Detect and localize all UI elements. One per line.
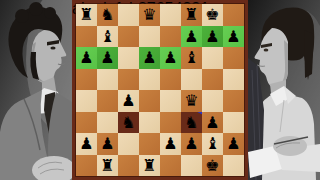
right-player-photo (248, 0, 320, 180)
piece-black-pawn: ♟ (226, 27, 240, 46)
right-player-portrait-image (248, 0, 320, 180)
square-e3[interactable] (160, 112, 181, 134)
square-g6[interactable] (202, 47, 223, 69)
piece-white-queen: ♛ (184, 91, 198, 110)
piece-black-pawn: ♟ (184, 27, 198, 46)
piece-black-pawn: ♟ (100, 48, 114, 67)
piece-black-pawn: ♟ (79, 48, 93, 67)
piece-white-knight: ♞ (121, 113, 135, 132)
square-d1[interactable]: ♜ (139, 155, 160, 177)
square-g3[interactable]: ♟ (202, 112, 223, 134)
chess-board: ♜♞♛♜♚♝♟♟♟♟♟♟♟♝♟♛♞♞♟♟♟♟♟♝♟♜♜♚ abcdefgh876… (72, 0, 248, 180)
piece-white-pawn: ♟ (163, 134, 177, 153)
piece-black-bishop: ♝ (184, 48, 198, 67)
piece-white-pawn: ♟ (205, 113, 219, 132)
square-c7[interactable] (118, 26, 139, 48)
square-h8[interactable] (223, 4, 244, 26)
piece-black-pawn: ♟ (205, 27, 219, 46)
video-thumbnail: ♜♞♛♜♚♝♟♟♟♟♟♟♟♝♟♛♞♞♟♟♟♟♟♝♟♜♜♚ abcdefgh876… (0, 0, 320, 180)
square-f2[interactable]: ♟ (181, 133, 202, 155)
square-f5[interactable] (181, 69, 202, 91)
square-h2[interactable]: ♟ (223, 133, 244, 155)
square-d3[interactable] (139, 112, 160, 134)
square-g7[interactable]: ♟ (202, 26, 223, 48)
square-e8[interactable] (160, 4, 181, 26)
square-h7[interactable]: ♟ (223, 26, 244, 48)
square-e5[interactable] (160, 69, 181, 91)
square-g1[interactable]: ♚ (202, 155, 223, 177)
piece-white-pawn: ♟ (79, 134, 93, 153)
square-c6[interactable] (118, 47, 139, 69)
square-g4[interactable] (202, 90, 223, 112)
square-b4[interactable] (97, 90, 118, 112)
square-f4[interactable]: ♛ (181, 90, 202, 112)
square-a5[interactable] (76, 69, 97, 91)
piece-white-pawn: ♟ (184, 134, 198, 153)
piece-black-rook: ♜ (184, 5, 198, 24)
board-grid: ♜♞♛♜♚♝♟♟♟♟♟♟♟♝♟♛♞♞♟♟♟♟♟♝♟♜♜♚ (76, 4, 244, 176)
square-a6[interactable]: ♟ (76, 47, 97, 69)
square-h5[interactable] (223, 69, 244, 91)
square-b6[interactable]: ♟ (97, 47, 118, 69)
piece-black-pawn: ♟ (163, 48, 177, 67)
square-c1[interactable] (118, 155, 139, 177)
square-b5[interactable] (97, 69, 118, 91)
square-a7[interactable] (76, 26, 97, 48)
square-f8[interactable]: ♜ (181, 4, 202, 26)
square-a2[interactable]: ♟ (76, 133, 97, 155)
piece-black-rook: ♜ (79, 5, 93, 24)
square-b7[interactable]: ♝ (97, 26, 118, 48)
square-c5[interactable] (118, 69, 139, 91)
piece-white-rook: ♜ (100, 156, 114, 175)
square-f3[interactable]: ♞ (181, 112, 202, 134)
square-h3[interactable] (223, 112, 244, 134)
piece-black-bishop: ♝ (100, 27, 114, 46)
square-c8[interactable] (118, 4, 139, 26)
left-player-portrait-image (0, 0, 72, 180)
square-e2[interactable]: ♟ (160, 133, 181, 155)
square-e6[interactable]: ♟ (160, 47, 181, 69)
square-g2[interactable]: ♝ (202, 133, 223, 155)
square-b1[interactable]: ♜ (97, 155, 118, 177)
square-a4[interactable] (76, 90, 97, 112)
left-player-photo (0, 0, 72, 180)
piece-black-knight: ♞ (100, 5, 114, 24)
square-b3[interactable] (97, 112, 118, 134)
piece-white-rook: ♜ (142, 156, 156, 175)
piece-white-knight: ♞ (184, 113, 198, 132)
square-d2[interactable] (139, 133, 160, 155)
square-f1[interactable] (181, 155, 202, 177)
square-h4[interactable] (223, 90, 244, 112)
square-e4[interactable] (160, 90, 181, 112)
square-d8[interactable]: ♛ (139, 4, 160, 26)
square-d6[interactable]: ♟ (139, 47, 160, 69)
square-d7[interactable] (139, 26, 160, 48)
piece-black-pawn: ♟ (142, 48, 156, 67)
square-b2[interactable]: ♟ (97, 133, 118, 155)
piece-black-king: ♚ (205, 5, 219, 24)
square-e1[interactable] (160, 155, 181, 177)
square-c3[interactable]: ♞ (118, 112, 139, 134)
square-a8[interactable]: ♜ (76, 4, 97, 26)
square-c4[interactable]: ♟ (118, 90, 139, 112)
square-h6[interactable] (223, 47, 244, 69)
piece-white-king: ♚ (205, 156, 219, 175)
square-b8[interactable]: ♞ (97, 4, 118, 26)
square-e7[interactable] (160, 26, 181, 48)
square-f6[interactable]: ♝ (181, 47, 202, 69)
square-h1[interactable] (223, 155, 244, 177)
piece-black-queen: ♛ (142, 5, 156, 24)
square-g5[interactable] (202, 69, 223, 91)
square-a1[interactable] (76, 155, 97, 177)
piece-white-pawn: ♟ (100, 134, 114, 153)
square-g8[interactable]: ♚ (202, 4, 223, 26)
square-c2[interactable] (118, 133, 139, 155)
square-d5[interactable] (139, 69, 160, 91)
piece-white-pawn: ♟ (121, 91, 135, 110)
square-f7[interactable]: ♟ (181, 26, 202, 48)
square-d4[interactable] (139, 90, 160, 112)
piece-white-pawn: ♟ (226, 134, 240, 153)
piece-white-bishop: ♝ (205, 134, 219, 153)
square-a3[interactable] (76, 112, 97, 134)
